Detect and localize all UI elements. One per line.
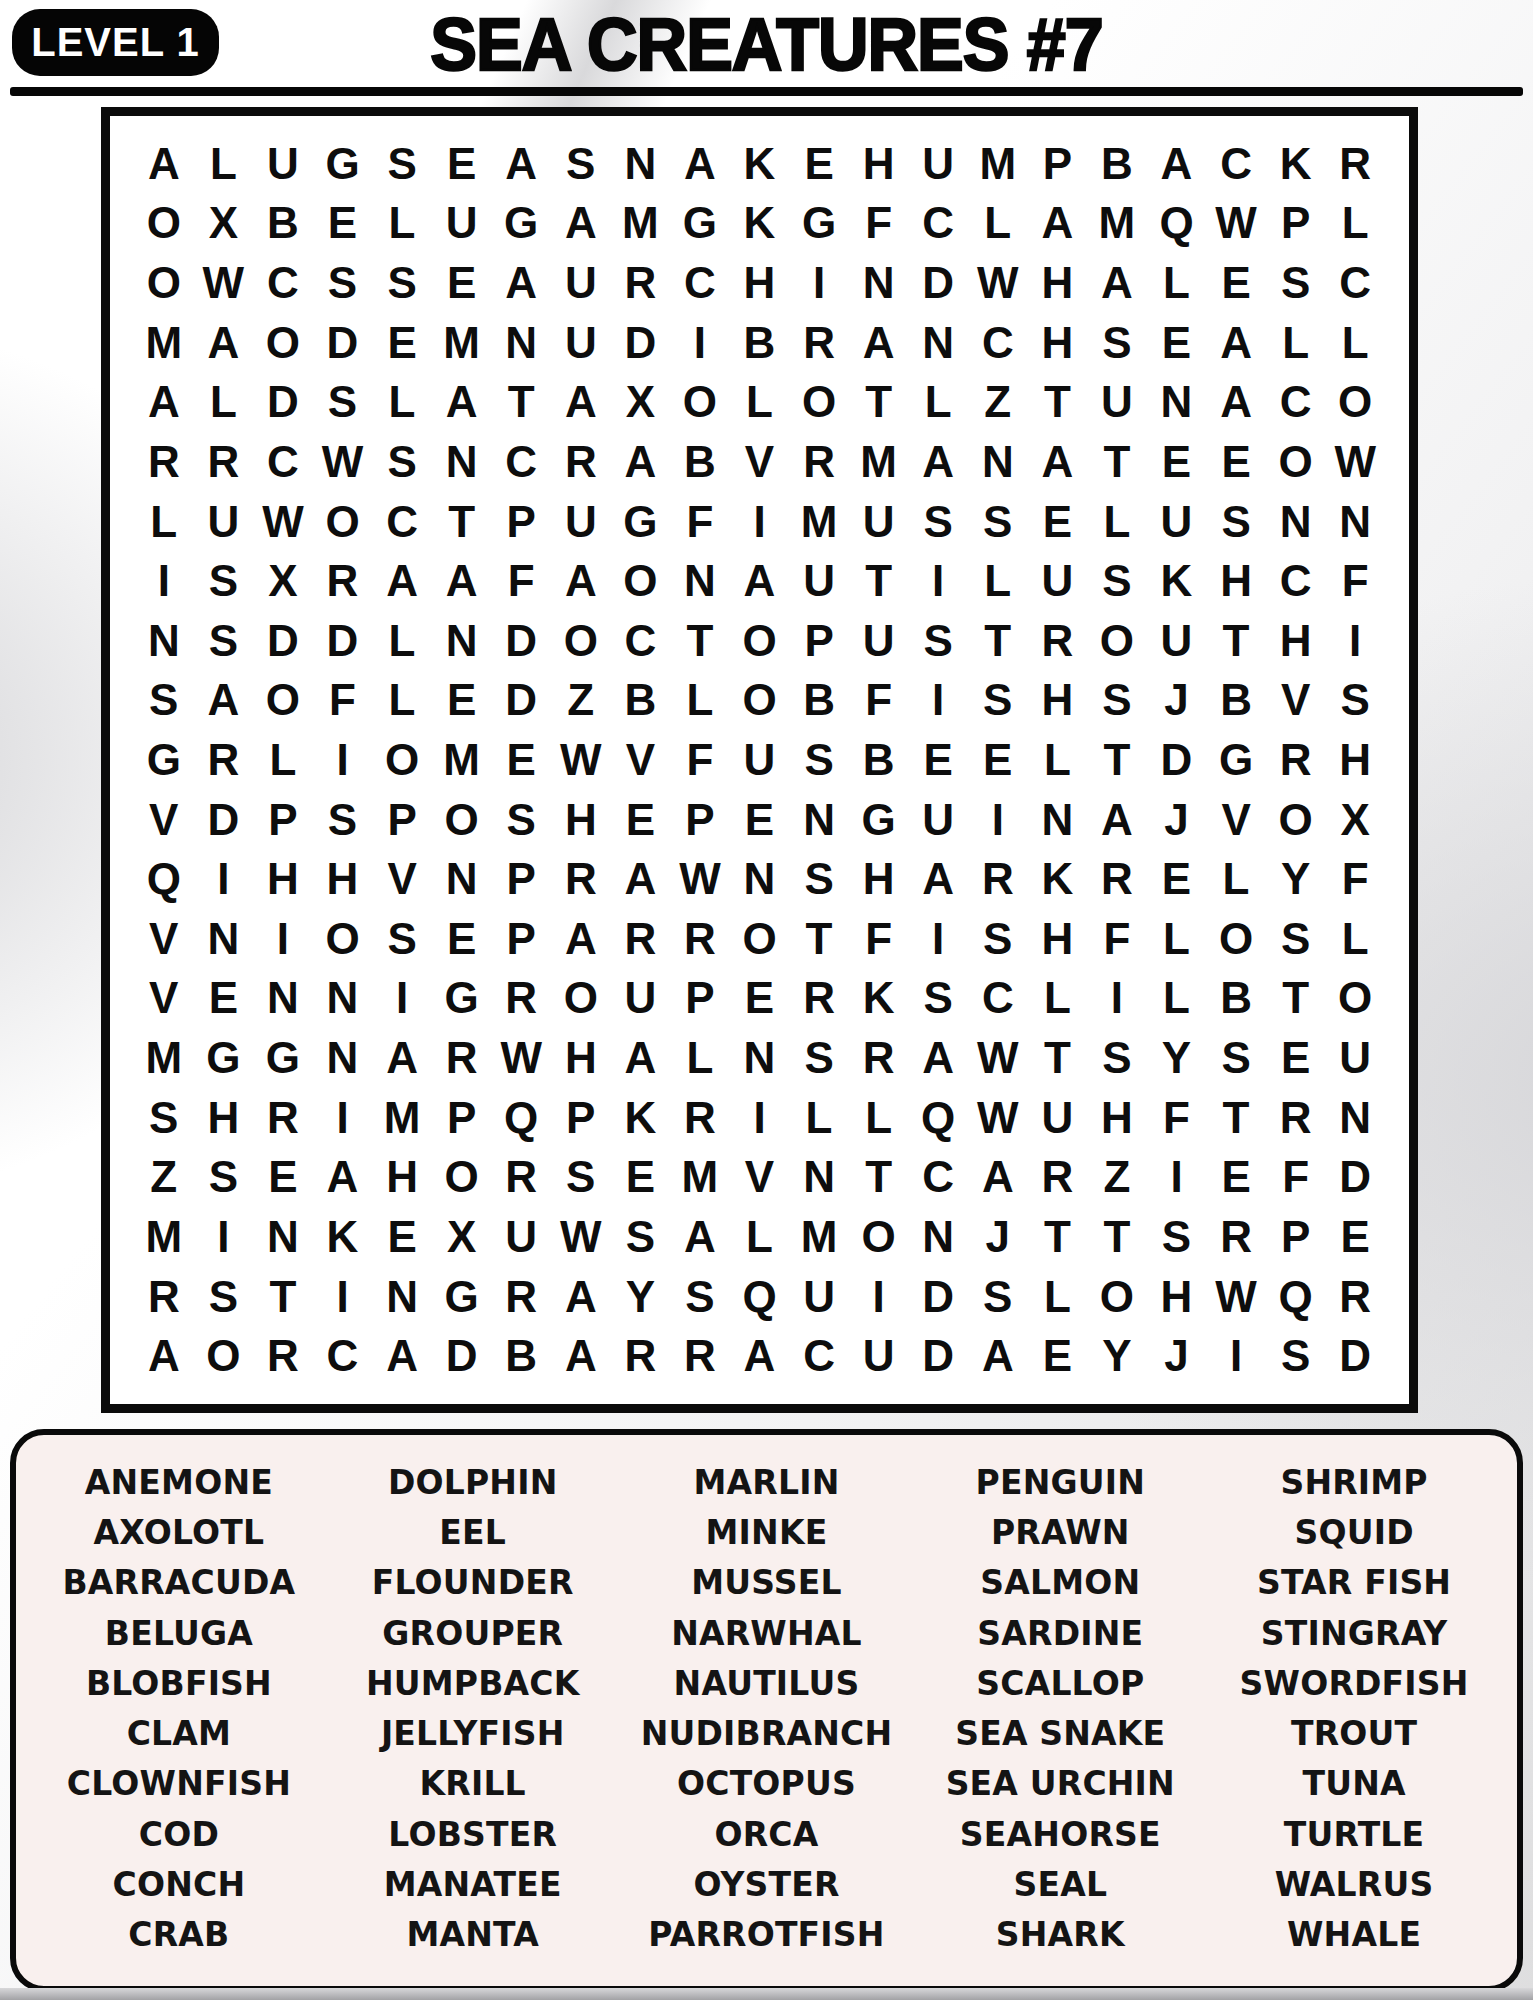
grid-cell-letter: J bbox=[1147, 790, 1207, 850]
grid-cell-letter: S bbox=[551, 1148, 611, 1208]
grid-cell-letter: A bbox=[611, 432, 671, 492]
grid-cell-letter: B bbox=[789, 671, 849, 731]
grid-cell-letter: A bbox=[908, 849, 968, 909]
grid-cell-letter: C bbox=[968, 313, 1028, 373]
grid-cell-letter: C bbox=[253, 432, 313, 492]
grid-cell-letter: S bbox=[789, 730, 849, 790]
grid-cell-letter: H bbox=[1206, 551, 1266, 611]
word-item: SEAL bbox=[913, 1859, 1207, 1909]
grid-cell-letter: T bbox=[1206, 611, 1266, 671]
letter-grid: ALUGSEASNAKEHUMPBACKROXBELUGAMGKGFCLAMQW… bbox=[110, 116, 1409, 1404]
grid-cell-letter: W bbox=[1325, 432, 1385, 492]
grid-cell-letter: S bbox=[372, 909, 432, 969]
grid-cell-letter: F bbox=[313, 671, 373, 731]
top-rule bbox=[10, 87, 1523, 96]
grid-cell-letter: K bbox=[313, 1207, 373, 1267]
grid-cell-letter: F bbox=[670, 730, 730, 790]
grid-cell-letter: X bbox=[194, 194, 254, 254]
word-item: WALRUS bbox=[1207, 1859, 1501, 1909]
grid-cell-letter: N bbox=[253, 969, 313, 1029]
grid-cell-letter: U bbox=[611, 969, 671, 1029]
grid-cell-letter: E bbox=[1147, 432, 1207, 492]
grid-cell-letter: U bbox=[1147, 492, 1207, 552]
grid-cell-letter: M bbox=[849, 432, 909, 492]
grid-cell-letter: L bbox=[789, 1088, 849, 1148]
grid-cell-letter: A bbox=[611, 1028, 671, 1088]
grid-cell-letter: E bbox=[372, 1207, 432, 1267]
grid-cell-letter: E bbox=[730, 790, 790, 850]
grid-cell-letter: N bbox=[432, 432, 492, 492]
grid-cell-letter: I bbox=[908, 909, 968, 969]
grid-cell-letter: O bbox=[253, 671, 313, 731]
grid-cell-letter: R bbox=[1028, 611, 1088, 671]
grid-cell-letter: W bbox=[1206, 194, 1266, 254]
grid-cell-letter: A bbox=[551, 551, 611, 611]
grid-cell-letter: R bbox=[432, 1028, 492, 1088]
grid-cell-letter: R bbox=[968, 849, 1028, 909]
grid-cell-letter: E bbox=[908, 730, 968, 790]
grid-cell-letter: O bbox=[313, 909, 373, 969]
word-item: TURTLE bbox=[1207, 1809, 1501, 1859]
grid-cell-letter: G bbox=[1206, 730, 1266, 790]
grid-cell-letter: O bbox=[1266, 432, 1326, 492]
grid-cell-letter: L bbox=[1147, 253, 1207, 313]
grid-cell-letter: U bbox=[551, 313, 611, 373]
grid-cell-letter: Z bbox=[968, 372, 1028, 432]
grid-cell-letter: I bbox=[908, 551, 968, 611]
grid-cell-letter: M bbox=[134, 313, 194, 373]
grid-cell-letter: T bbox=[1028, 1028, 1088, 1088]
grid-cell-letter: U bbox=[730, 730, 790, 790]
word-item: MANATEE bbox=[326, 1859, 620, 1909]
grid-cell-letter: M bbox=[432, 313, 492, 373]
word-item: BARRACUDA bbox=[32, 1558, 326, 1608]
grid-cell-letter: M bbox=[968, 134, 1028, 194]
grid-cell-letter: B bbox=[253, 194, 313, 254]
grid-cell-letter: L bbox=[372, 671, 432, 731]
grid-cell-letter: F bbox=[849, 671, 909, 731]
grid-cell-letter: S bbox=[968, 492, 1028, 552]
grid-cell-letter: N bbox=[908, 313, 968, 373]
grid-cell-letter: R bbox=[611, 909, 671, 969]
grid-cell-letter: R bbox=[134, 432, 194, 492]
grid-cell-letter: L bbox=[670, 1028, 730, 1088]
grid-cell-letter: K bbox=[1028, 849, 1088, 909]
word-item: SHRIMP bbox=[1207, 1457, 1501, 1507]
grid-cell-letter: C bbox=[313, 1326, 373, 1386]
grid-cell-letter: C bbox=[1266, 551, 1326, 611]
grid-cell-letter: P bbox=[372, 790, 432, 850]
grid-cell-letter: A bbox=[372, 1028, 432, 1088]
grid-cell-letter: O bbox=[253, 313, 313, 373]
grid-cell-letter: N bbox=[134, 611, 194, 671]
grid-cell-letter: N bbox=[968, 432, 1028, 492]
grid-cell-letter: A bbox=[908, 1028, 968, 1088]
grid-cell-letter: T bbox=[789, 909, 849, 969]
grid-cell-letter: G bbox=[611, 492, 671, 552]
grid-cell-letter: K bbox=[1147, 551, 1207, 611]
grid-cell-letter: A bbox=[551, 194, 611, 254]
grid-cell-letter: T bbox=[1028, 372, 1088, 432]
grid-cell-letter: A bbox=[1147, 134, 1207, 194]
word-item: ANEMONE bbox=[32, 1457, 326, 1507]
grid-cell-letter: D bbox=[1325, 1326, 1385, 1386]
word-item: JELLYFISH bbox=[326, 1708, 620, 1758]
grid-cell-letter: L bbox=[372, 194, 432, 254]
grid-cell-letter: V bbox=[1266, 671, 1326, 731]
grid-cell-letter: T bbox=[849, 372, 909, 432]
grid-cell-letter: F bbox=[1325, 551, 1385, 611]
grid-cell-letter: J bbox=[1147, 671, 1207, 731]
grid-cell-letter: M bbox=[670, 1148, 730, 1208]
grid-cell-letter: V bbox=[611, 730, 671, 790]
grid-cell-letter: P bbox=[670, 790, 730, 850]
grid-cell-letter: L bbox=[134, 492, 194, 552]
grid-cell-letter: O bbox=[134, 194, 194, 254]
grid-cell-letter: S bbox=[1087, 313, 1147, 373]
grid-cell-letter: Z bbox=[1087, 1148, 1147, 1208]
word-item: TUNA bbox=[1207, 1759, 1501, 1809]
grid-cell-letter: E bbox=[968, 730, 1028, 790]
grid-cell-letter: O bbox=[1206, 909, 1266, 969]
grid-cell-letter: I bbox=[194, 849, 254, 909]
grid-cell-letter: C bbox=[1325, 253, 1385, 313]
grid-cell-letter: R bbox=[789, 313, 849, 373]
grid-cell-letter: L bbox=[1206, 849, 1266, 909]
grid-cell-letter: O bbox=[1325, 969, 1385, 1029]
grid-cell-letter: S bbox=[372, 134, 432, 194]
grid-cell-letter: O bbox=[432, 790, 492, 850]
grid-cell-letter: I bbox=[372, 969, 432, 1029]
grid-cell-letter: N bbox=[849, 253, 909, 313]
grid-cell-letter: T bbox=[432, 492, 492, 552]
grid-cell-letter: F bbox=[1325, 849, 1385, 909]
grid-cell-letter: O bbox=[432, 1148, 492, 1208]
grid-cell-letter: A bbox=[551, 909, 611, 969]
grid-cell-letter: G bbox=[491, 194, 551, 254]
word-item: STINGRAY bbox=[1207, 1608, 1501, 1658]
grid-cell-letter: A bbox=[491, 134, 551, 194]
grid-cell-letter: S bbox=[670, 1267, 730, 1327]
grid-cell-letter: A bbox=[194, 313, 254, 373]
grid-cell-letter: R bbox=[253, 1088, 313, 1148]
grid-cell-letter: V bbox=[730, 432, 790, 492]
grid-cell-letter: A bbox=[134, 1326, 194, 1386]
grid-cell-letter: I bbox=[194, 1207, 254, 1267]
grid-cell-letter: L bbox=[849, 1088, 909, 1148]
grid-cell-letter: S bbox=[968, 671, 1028, 731]
grid-cell-letter: G bbox=[670, 194, 730, 254]
grid-cell-letter: R bbox=[1266, 730, 1326, 790]
grid-cell-letter: I bbox=[134, 551, 194, 611]
word-item: BLOBFISH bbox=[32, 1658, 326, 1708]
word-item: LOBSTER bbox=[326, 1809, 620, 1859]
grid-cell-letter: M bbox=[1087, 194, 1147, 254]
grid-cell-letter: H bbox=[1028, 671, 1088, 731]
grid-cell-letter: S bbox=[194, 551, 254, 611]
grid-cell-letter: H bbox=[1028, 313, 1088, 373]
grid-cell-letter: U bbox=[491, 1207, 551, 1267]
grid-cell-letter: L bbox=[194, 372, 254, 432]
grid-cell-letter: A bbox=[670, 1207, 730, 1267]
grid-cell-letter: W bbox=[253, 492, 313, 552]
grid-cell-letter: I bbox=[1325, 611, 1385, 671]
grid-cell-letter: T bbox=[253, 1267, 313, 1327]
grid-cell-letter: A bbox=[968, 1326, 1028, 1386]
grid-cell-letter: C bbox=[253, 253, 313, 313]
grid-cell-letter: S bbox=[908, 492, 968, 552]
grid-cell-letter: S bbox=[134, 1088, 194, 1148]
grid-cell-letter: K bbox=[611, 1088, 671, 1148]
grid-cell-letter: U bbox=[789, 551, 849, 611]
grid-cell-letter: M bbox=[432, 730, 492, 790]
word-item: SQUID bbox=[1207, 1507, 1501, 1557]
grid-cell-letter: P bbox=[491, 909, 551, 969]
grid-cell-letter: L bbox=[1147, 909, 1207, 969]
grid-cell-letter: C bbox=[670, 253, 730, 313]
grid-cell-letter: A bbox=[730, 1326, 790, 1386]
grid-cell-letter: R bbox=[611, 1326, 671, 1386]
grid-cell-letter: B bbox=[670, 432, 730, 492]
grid-cell-letter: C bbox=[968, 969, 1028, 1029]
word-item: GROUPER bbox=[326, 1608, 620, 1658]
grid-cell-letter: D bbox=[313, 611, 373, 671]
grid-cell-letter: C bbox=[611, 611, 671, 671]
grid-cell-letter: S bbox=[611, 1207, 671, 1267]
grid-cell-letter: A bbox=[730, 551, 790, 611]
grid-cell-letter: D bbox=[908, 253, 968, 313]
grid-cell-letter: L bbox=[1147, 969, 1207, 1029]
grid-cell-letter: R bbox=[789, 969, 849, 1029]
grid-cell-letter: S bbox=[789, 849, 849, 909]
grid-cell-letter: N bbox=[372, 1267, 432, 1327]
grid-cell-letter: A bbox=[1087, 790, 1147, 850]
word-item: OYSTER bbox=[620, 1859, 914, 1909]
grid-cell-letter: S bbox=[194, 1267, 254, 1327]
grid-cell-letter: P bbox=[670, 969, 730, 1029]
grid-cell-letter: E bbox=[432, 671, 492, 731]
grid-cell-letter: H bbox=[551, 790, 611, 850]
grid-cell-letter: S bbox=[313, 790, 373, 850]
grid-cell-letter: B bbox=[849, 730, 909, 790]
grid-cell-letter: H bbox=[194, 1088, 254, 1148]
grid-cell-letter: P bbox=[551, 1088, 611, 1148]
grid-cell-letter: S bbox=[1325, 671, 1385, 731]
grid-cell-letter: B bbox=[1206, 671, 1266, 731]
grid-cell-letter: I bbox=[730, 492, 790, 552]
grid-cell-letter: U bbox=[849, 1326, 909, 1386]
grid-cell-letter: F bbox=[491, 551, 551, 611]
grid-cell-letter: A bbox=[611, 849, 671, 909]
grid-cell-letter: H bbox=[849, 134, 909, 194]
grid-cell-letter: E bbox=[789, 134, 849, 194]
word-item: CONCH bbox=[32, 1859, 326, 1909]
word-item: CLAM bbox=[32, 1708, 326, 1758]
grid-cell-letter: N bbox=[432, 849, 492, 909]
grid-cell-letter: A bbox=[551, 372, 611, 432]
grid-cell-letter: N bbox=[1325, 1088, 1385, 1148]
grid-cell-letter: S bbox=[908, 611, 968, 671]
grid-cell-letter: I bbox=[1147, 1148, 1207, 1208]
grid-cell-letter: B bbox=[611, 671, 671, 731]
grid-cell-letter: C bbox=[1206, 134, 1266, 194]
grid-cell-letter: P bbox=[1266, 1207, 1326, 1267]
grid-cell-letter: R bbox=[313, 551, 373, 611]
grid-cell-letter: T bbox=[1087, 1207, 1147, 1267]
grid-cell-letter: E bbox=[194, 969, 254, 1029]
word-item: CLOWNFISH bbox=[32, 1759, 326, 1809]
grid-cell-letter: V bbox=[134, 969, 194, 1029]
grid-cell-letter: I bbox=[1206, 1326, 1266, 1386]
word-bank-panel: ANEMONEDOLPHINMARLINPENGUINSHRIMPAXOLOTL… bbox=[10, 1429, 1523, 1992]
grid-cell-letter: W bbox=[1206, 1267, 1266, 1327]
word-item: WHALE bbox=[1207, 1910, 1501, 1960]
grid-cell-letter: S bbox=[1266, 1326, 1326, 1386]
grid-cell-letter: A bbox=[1206, 313, 1266, 373]
grid-cell-letter: R bbox=[551, 432, 611, 492]
grid-cell-letter: N bbox=[253, 1207, 313, 1267]
grid-cell-letter: A bbox=[968, 1148, 1028, 1208]
grid-cell-letter: Z bbox=[551, 671, 611, 731]
grid-cell-letter: A bbox=[372, 551, 432, 611]
grid-cell-letter: W bbox=[313, 432, 373, 492]
word-item: SALMON bbox=[913, 1558, 1207, 1608]
word-item: SEA SNAKE bbox=[913, 1708, 1207, 1758]
grid-cell-letter: D bbox=[313, 313, 373, 373]
word-item: MARLIN bbox=[620, 1457, 914, 1507]
grid-cell-letter: H bbox=[1266, 611, 1326, 671]
grid-cell-letter: L bbox=[253, 730, 313, 790]
word-item: SCALLOP bbox=[913, 1658, 1207, 1708]
grid-cell-letter: O bbox=[730, 909, 790, 969]
grid-cell-letter: S bbox=[372, 432, 432, 492]
grid-cell-letter: H bbox=[1028, 909, 1088, 969]
grid-cell-letter: Q bbox=[730, 1267, 790, 1327]
grid-cell-letter: T bbox=[968, 611, 1028, 671]
grid-cell-letter: F bbox=[1266, 1148, 1326, 1208]
grid-cell-letter: E bbox=[1266, 1028, 1326, 1088]
grid-cell-letter: A bbox=[849, 313, 909, 373]
grid-cell-letter: E bbox=[1206, 1148, 1266, 1208]
grid-cell-letter: R bbox=[670, 1088, 730, 1148]
grid-cell-letter: D bbox=[908, 1267, 968, 1327]
word-item: HUMPBACK bbox=[326, 1658, 620, 1708]
grid-cell-letter: Y bbox=[1087, 1326, 1147, 1386]
grid-cell-letter: E bbox=[1147, 313, 1207, 373]
grid-cell-letter: T bbox=[1266, 969, 1326, 1029]
grid-cell-letter: N bbox=[1266, 492, 1326, 552]
grid-cell-letter: E bbox=[611, 1148, 671, 1208]
word-item: SHARK bbox=[913, 1910, 1207, 1960]
grid-cell-letter: T bbox=[1087, 432, 1147, 492]
grid-cell-letter: X bbox=[253, 551, 313, 611]
grid-cell-letter: O bbox=[1325, 372, 1385, 432]
grid-cell-letter: I bbox=[789, 253, 849, 313]
grid-cell-letter: U bbox=[432, 194, 492, 254]
grid-cell-letter: Q bbox=[491, 1088, 551, 1148]
word-item: MINKE bbox=[620, 1507, 914, 1557]
grid-cell-letter: T bbox=[491, 372, 551, 432]
grid-cell-letter: L bbox=[1028, 969, 1088, 1029]
grid-cell-letter: O bbox=[372, 730, 432, 790]
grid-cell-letter: A bbox=[1206, 372, 1266, 432]
bottom-strip bbox=[0, 1988, 1533, 2000]
grid-cell-letter: W bbox=[968, 1028, 1028, 1088]
grid-cell-letter: R bbox=[134, 1267, 194, 1327]
grid-cell-letter: L bbox=[1028, 730, 1088, 790]
grid-cell-letter: E bbox=[1325, 1207, 1385, 1267]
grid-cell-letter: V bbox=[1206, 790, 1266, 850]
grid-cell-letter: C bbox=[372, 492, 432, 552]
grid-cell-letter: B bbox=[491, 1326, 551, 1386]
grid-cell-letter: B bbox=[1087, 134, 1147, 194]
word-item: SEA URCHIN bbox=[913, 1759, 1207, 1809]
grid-cell-letter: V bbox=[134, 790, 194, 850]
grid-cell-letter: R bbox=[1206, 1207, 1266, 1267]
grid-cell-letter: C bbox=[789, 1326, 849, 1386]
grid-cell-letter: H bbox=[253, 849, 313, 909]
grid-cell-letter: A bbox=[551, 1326, 611, 1386]
grid-cell-letter: S bbox=[1087, 1028, 1147, 1088]
grid-cell-letter: P bbox=[789, 611, 849, 671]
grid-cell-letter: H bbox=[1325, 730, 1385, 790]
grid-cell-letter: S bbox=[1087, 551, 1147, 611]
grid-cell-letter: R bbox=[491, 969, 551, 1029]
grid-cell-letter: R bbox=[849, 1028, 909, 1088]
grid-cell-letter: G bbox=[849, 790, 909, 850]
grid-cell-letter: R bbox=[789, 432, 849, 492]
grid-cell-letter: E bbox=[1028, 492, 1088, 552]
grid-cell-letter: N bbox=[313, 969, 373, 1029]
word-item: ORCA bbox=[620, 1809, 914, 1859]
grid-cell-letter: R bbox=[670, 1326, 730, 1386]
grid-cell-letter: S bbox=[1147, 1207, 1207, 1267]
word-item: DOLPHIN bbox=[326, 1457, 620, 1507]
grid-cell-letter: H bbox=[1147, 1267, 1207, 1327]
grid-cell-letter: S bbox=[789, 1028, 849, 1088]
grid-cell-letter: A bbox=[372, 1326, 432, 1386]
grid-cell-letter: E bbox=[611, 790, 671, 850]
word-item: MUSSEL bbox=[620, 1558, 914, 1608]
grid-cell-letter: E bbox=[313, 194, 373, 254]
grid-cell-letter: A bbox=[432, 551, 492, 611]
grid-cell-letter: W bbox=[194, 253, 254, 313]
grid-cell-letter: E bbox=[1206, 253, 1266, 313]
grid-cell-letter: O bbox=[1087, 611, 1147, 671]
grid-cell-letter: R bbox=[1087, 849, 1147, 909]
grid-cell-letter: W bbox=[968, 1088, 1028, 1148]
grid-cell-letter: N bbox=[908, 1207, 968, 1267]
grid-cell-letter: P bbox=[1028, 134, 1088, 194]
grid-cell-letter: G bbox=[432, 1267, 492, 1327]
word-item: COD bbox=[32, 1809, 326, 1859]
grid-cell-letter: Q bbox=[1266, 1267, 1326, 1327]
grid-cell-letter: S bbox=[194, 1148, 254, 1208]
grid-cell-letter: E bbox=[491, 730, 551, 790]
grid-cell-letter: N bbox=[491, 313, 551, 373]
grid-cell-letter: G bbox=[134, 730, 194, 790]
grid-cell-letter: H bbox=[849, 849, 909, 909]
grid-cell-letter: S bbox=[968, 1267, 1028, 1327]
grid-cell-letter: R bbox=[551, 849, 611, 909]
grid-cell-letter: A bbox=[491, 253, 551, 313]
grid-cell-letter: O bbox=[551, 969, 611, 1029]
grid-cell-letter: A bbox=[551, 1267, 611, 1327]
grid-cell-letter: R bbox=[491, 1267, 551, 1327]
grid-cell-letter: H bbox=[372, 1148, 432, 1208]
grid-cell-letter: U bbox=[849, 492, 909, 552]
grid-cell-letter: U bbox=[908, 134, 968, 194]
